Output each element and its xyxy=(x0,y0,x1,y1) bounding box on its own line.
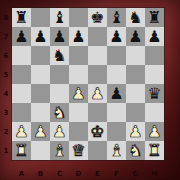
square-c5[interactable] xyxy=(50,65,69,84)
square-c3[interactable]: ♞ xyxy=(50,103,69,122)
square-b5[interactable] xyxy=(31,65,50,84)
piece-bp-c7: ♟ xyxy=(52,27,66,46)
square-a2[interactable]: ♟ xyxy=(12,122,31,141)
square-a1[interactable]: ♜ xyxy=(12,141,31,160)
square-g3[interactable] xyxy=(126,103,145,122)
piece-br-h8: ♜ xyxy=(147,8,161,27)
square-d6[interactable] xyxy=(69,46,88,65)
square-h4[interactable]: ♛ xyxy=(145,84,164,103)
piece-bp-b7: ♟ xyxy=(33,27,47,46)
piece-bp-g7: ♟ xyxy=(128,27,142,46)
piece-wp-a2: ♟ xyxy=(14,122,28,141)
square-b2[interactable]: ♟ xyxy=(31,122,50,141)
file-label-e: E xyxy=(88,167,107,180)
piece-wp-g2: ♟ xyxy=(128,122,142,141)
rank-label-1: 1 xyxy=(0,141,12,160)
square-a7[interactable]: ♟ xyxy=(12,27,31,46)
piece-wb-c1: ♝ xyxy=(52,141,66,160)
square-e8[interactable]: ♚ xyxy=(88,8,107,27)
piece-wp-d4: ♟ xyxy=(71,84,85,103)
piece-bp-f7: ♟ xyxy=(109,27,123,46)
piece-bq-h4: ♛ xyxy=(147,84,161,103)
piece-wb-f1: ♝ xyxy=(109,141,123,160)
piece-bb-f8: ♝ xyxy=(109,8,123,27)
piece-wp-c2: ♟ xyxy=(52,122,66,141)
square-g1[interactable]: ♞ xyxy=(126,141,145,160)
rank-label-2: 2 xyxy=(0,122,12,141)
square-e6[interactable] xyxy=(88,46,107,65)
file-label-c: C xyxy=(50,167,69,180)
piece-wq-d1: ♛ xyxy=(71,141,85,160)
piece-wr-a1: ♜ xyxy=(14,141,28,160)
square-h5[interactable] xyxy=(145,65,164,84)
square-d4[interactable]: ♟ xyxy=(69,84,88,103)
square-f6[interactable] xyxy=(107,46,126,65)
square-c7[interactable]: ♟ xyxy=(50,27,69,46)
square-g5[interactable] xyxy=(126,65,145,84)
piece-bn-g8: ♞ xyxy=(128,8,142,27)
board-frame: 87654321 ♜♝♚♝♞♜♟♟♟♟♟♟♟♞♟♟♟♛♞♟♟♟♚♟♟♜♝♛♝♞♜… xyxy=(0,0,180,180)
square-h3[interactable] xyxy=(145,103,164,122)
square-b1[interactable] xyxy=(31,141,50,160)
square-c1[interactable]: ♝ xyxy=(50,141,69,160)
square-f1[interactable]: ♝ xyxy=(107,141,126,160)
square-c6[interactable]: ♞ xyxy=(50,46,69,65)
piece-bp-f4: ♟ xyxy=(109,84,123,103)
square-a5[interactable] xyxy=(12,65,31,84)
file-label-h: H xyxy=(145,167,164,180)
square-e4[interactable]: ♟ xyxy=(88,84,107,103)
square-e3[interactable] xyxy=(88,103,107,122)
piece-bp-d7: ♟ xyxy=(71,27,85,46)
square-f5[interactable] xyxy=(107,65,126,84)
chess-board: ♜♝♚♝♞♜♟♟♟♟♟♟♟♞♟♟♟♛♞♟♟♟♚♟♟♜♝♛♝♞♜ xyxy=(12,8,164,160)
square-f3[interactable] xyxy=(107,103,126,122)
rank-label-8: 8 xyxy=(0,8,12,27)
square-c4[interactable] xyxy=(50,84,69,103)
square-e2[interactable]: ♚ xyxy=(88,122,107,141)
square-a4[interactable] xyxy=(12,84,31,103)
square-c8[interactable]: ♝ xyxy=(50,8,69,27)
piece-wn-g1: ♞ xyxy=(128,141,142,160)
square-a6[interactable] xyxy=(12,46,31,65)
file-label-f: F xyxy=(107,167,126,180)
square-f4[interactable]: ♟ xyxy=(107,84,126,103)
piece-wr-h1: ♜ xyxy=(147,141,161,160)
piece-wp-h2: ♟ xyxy=(147,122,161,141)
square-b8[interactable] xyxy=(31,8,50,27)
square-d2[interactable] xyxy=(69,122,88,141)
square-e7[interactable] xyxy=(88,27,107,46)
file-label-g: G xyxy=(126,167,145,180)
piece-wn-c3: ♞ xyxy=(52,103,66,122)
square-g7[interactable]: ♟ xyxy=(126,27,145,46)
square-b6[interactable] xyxy=(31,46,50,65)
piece-bb-c8: ♝ xyxy=(52,8,66,27)
square-d3[interactable] xyxy=(69,103,88,122)
square-a8[interactable]: ♜ xyxy=(12,8,31,27)
square-a3[interactable] xyxy=(12,103,31,122)
rank-labels: 87654321 xyxy=(0,8,12,160)
rank-label-4: 4 xyxy=(0,84,12,103)
square-d7[interactable]: ♟ xyxy=(69,27,88,46)
square-d5[interactable] xyxy=(69,65,88,84)
piece-bp-h7: ♟ xyxy=(147,27,161,46)
file-labels: ABCDEFGH xyxy=(12,167,164,180)
piece-bk-e8: ♚ xyxy=(90,8,104,27)
rank-label-5: 5 xyxy=(0,65,12,84)
square-h7[interactable]: ♟ xyxy=(145,27,164,46)
square-f2[interactable] xyxy=(107,122,126,141)
square-c2[interactable]: ♟ xyxy=(50,122,69,141)
square-g6[interactable] xyxy=(126,46,145,65)
piece-wp-e4: ♟ xyxy=(90,84,104,103)
square-h8[interactable]: ♜ xyxy=(145,8,164,27)
file-label-a: A xyxy=(12,167,31,180)
rank-label-7: 7 xyxy=(0,27,12,46)
square-g4[interactable] xyxy=(126,84,145,103)
piece-bp-a7: ♟ xyxy=(14,27,28,46)
rank-label-3: 3 xyxy=(0,103,12,122)
square-b3[interactable] xyxy=(31,103,50,122)
square-h1[interactable]: ♜ xyxy=(145,141,164,160)
piece-wk-e2: ♚ xyxy=(90,122,104,141)
square-f7[interactable]: ♟ xyxy=(107,27,126,46)
piece-wp-b2: ♟ xyxy=(33,122,47,141)
square-d1[interactable]: ♛ xyxy=(69,141,88,160)
square-f8[interactable]: ♝ xyxy=(107,8,126,27)
square-b7[interactable]: ♟ xyxy=(31,27,50,46)
piece-bn-c6: ♞ xyxy=(52,46,66,65)
piece-br-a8: ♜ xyxy=(14,8,28,27)
square-d8[interactable] xyxy=(69,8,88,27)
square-g8[interactable]: ♞ xyxy=(126,8,145,27)
file-label-b: B xyxy=(31,167,50,180)
square-g2[interactable]: ♟ xyxy=(126,122,145,141)
file-label-d: D xyxy=(69,167,88,180)
rank-label-6: 6 xyxy=(0,46,12,65)
square-h6[interactable] xyxy=(145,46,164,65)
square-h2[interactable]: ♟ xyxy=(145,122,164,141)
square-b4[interactable] xyxy=(31,84,50,103)
square-e5[interactable] xyxy=(88,65,107,84)
square-e1[interactable] xyxy=(88,141,107,160)
